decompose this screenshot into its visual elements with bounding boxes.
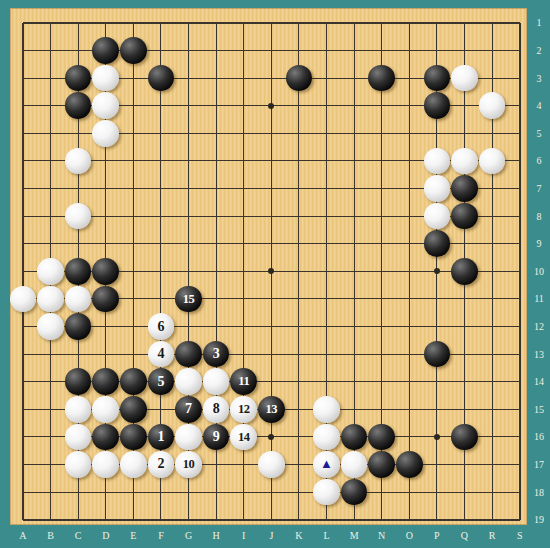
intersection-D12[interactable] (92, 313, 120, 341)
intersection-Q3[interactable] (451, 64, 479, 92)
intersection-D2[interactable] (92, 37, 120, 65)
intersection-O14[interactable] (396, 368, 424, 396)
intersection-I15[interactable]: 12 (230, 396, 258, 424)
stone-white-R6[interactable] (479, 148, 506, 175)
stone-white-C15[interactable] (65, 396, 92, 423)
intersection-H14[interactable] (202, 368, 230, 396)
stone-black-F14[interactable]: 5 (148, 368, 175, 395)
intersection-J14[interactable] (258, 368, 286, 396)
intersection-K2[interactable] (285, 37, 313, 65)
intersection-G18[interactable] (175, 478, 203, 506)
intersection-F14[interactable]: 5 (147, 368, 175, 396)
intersection-A7[interactable] (9, 175, 37, 203)
intersection-I14[interactable]: 11 (230, 368, 258, 396)
intersection-N1[interactable] (368, 9, 396, 37)
intersection-H10[interactable] (202, 258, 230, 286)
stone-white-C16[interactable] (65, 424, 92, 451)
intersection-P17[interactable] (423, 451, 451, 479)
intersection-L3[interactable] (313, 64, 341, 92)
intersection-L6[interactable] (313, 147, 341, 175)
intersection-N17[interactable] (368, 451, 396, 479)
intersection-M12[interactable] (340, 313, 368, 341)
intersection-D6[interactable] (92, 147, 120, 175)
intersection-N16[interactable] (368, 423, 396, 451)
intersection-L14[interactable] (313, 368, 341, 396)
intersection-M15[interactable] (340, 396, 368, 424)
intersection-G15[interactable]: 7 (175, 396, 203, 424)
stone-black-O17[interactable] (396, 451, 423, 478)
intersection-R16[interactable] (478, 423, 506, 451)
intersection-J4[interactable] (258, 92, 286, 120)
stone-white-D5[interactable] (92, 120, 119, 147)
stone-black-I14[interactable]: 11 (230, 368, 257, 395)
intersection-J2[interactable] (258, 37, 286, 65)
intersection-J12[interactable] (258, 313, 286, 341)
stone-white-C6[interactable] (65, 148, 92, 175)
intersection-I12[interactable] (230, 313, 258, 341)
intersection-C9[interactable] (64, 230, 92, 258)
intersection-M7[interactable] (340, 175, 368, 203)
intersection-G16[interactable] (175, 423, 203, 451)
intersection-C18[interactable] (64, 478, 92, 506)
intersection-L10[interactable] (313, 258, 341, 286)
stone-black-Q16[interactable] (451, 424, 478, 451)
intersection-K1[interactable] (285, 9, 313, 37)
intersection-C13[interactable] (64, 340, 92, 368)
intersection-R6[interactable] (478, 147, 506, 175)
intersection-J7[interactable] (258, 175, 286, 203)
intersection-L1[interactable] (313, 9, 341, 37)
intersection-B16[interactable] (37, 423, 65, 451)
intersection-N2[interactable] (368, 37, 396, 65)
intersection-N6[interactable] (368, 147, 396, 175)
intersection-D18[interactable] (92, 478, 120, 506)
stone-black-Q8[interactable] (451, 203, 478, 230)
stone-white-J17[interactable] (258, 451, 285, 478)
intersection-N9[interactable] (368, 230, 396, 258)
intersection-O13[interactable] (396, 340, 424, 368)
intersection-N3[interactable] (368, 64, 396, 92)
intersection-D14[interactable] (92, 368, 120, 396)
intersection-K18[interactable] (285, 478, 313, 506)
stone-black-E2[interactable] (120, 37, 147, 64)
intersection-F18[interactable] (147, 478, 175, 506)
intersection-G3[interactable] (175, 64, 203, 92)
stone-black-J15[interactable]: 13 (258, 396, 285, 423)
intersection-L11[interactable] (313, 285, 341, 313)
stone-black-E14[interactable] (120, 368, 147, 395)
intersection-N7[interactable] (368, 175, 396, 203)
intersection-B13[interactable] (37, 340, 65, 368)
intersection-N5[interactable] (368, 120, 396, 148)
intersection-D11[interactable] (92, 285, 120, 313)
stone-black-C3[interactable] (65, 65, 92, 92)
intersection-A10[interactable] (9, 258, 37, 286)
intersection-F13[interactable]: 4 (147, 340, 175, 368)
intersection-K17[interactable] (285, 451, 313, 479)
intersection-R8[interactable] (478, 202, 506, 230)
intersection-M9[interactable] (340, 230, 368, 258)
stone-black-F16[interactable]: 1 (148, 424, 175, 451)
intersection-Q17[interactable] (451, 451, 479, 479)
intersection-C6[interactable] (64, 147, 92, 175)
intersection-Q18[interactable] (451, 478, 479, 506)
intersection-P18[interactable] (423, 478, 451, 506)
intersection-A14[interactable] (9, 368, 37, 396)
intersection-L16[interactable] (313, 423, 341, 451)
intersection-J5[interactable] (258, 120, 286, 148)
stone-black-K3[interactable] (286, 65, 313, 92)
stone-black-C4[interactable] (65, 92, 92, 119)
stone-black-P4[interactable] (424, 92, 451, 119)
intersection-C5[interactable] (64, 120, 92, 148)
intersection-M3[interactable] (340, 64, 368, 92)
intersection-I8[interactable] (230, 202, 258, 230)
stone-white-P8[interactable] (424, 203, 451, 230)
intersection-D13[interactable] (92, 340, 120, 368)
stone-black-D14[interactable] (92, 368, 119, 395)
intersection-H9[interactable] (202, 230, 230, 258)
intersection-R14[interactable] (478, 368, 506, 396)
intersection-N10[interactable] (368, 258, 396, 286)
intersection-O1[interactable] (396, 9, 424, 37)
intersection-E11[interactable] (120, 285, 148, 313)
intersection-B12[interactable] (37, 313, 65, 341)
stone-black-F3[interactable] (148, 65, 175, 92)
intersection-R9[interactable] (478, 230, 506, 258)
intersection-Q15[interactable] (451, 396, 479, 424)
stone-black-P13[interactable] (424, 341, 451, 368)
intersection-E18[interactable] (120, 478, 148, 506)
intersection-D15[interactable] (92, 396, 120, 424)
intersection-B10[interactable] (37, 258, 65, 286)
intersection-E14[interactable] (120, 368, 148, 396)
intersection-I9[interactable] (230, 230, 258, 258)
intersection-L13[interactable] (313, 340, 341, 368)
intersection-I11[interactable] (230, 285, 258, 313)
intersection-A4[interactable] (9, 92, 37, 120)
intersection-E2[interactable] (120, 37, 148, 65)
intersection-F5[interactable] (147, 120, 175, 148)
intersection-P8[interactable] (423, 202, 451, 230)
intersection-E17[interactable] (120, 451, 148, 479)
intersection-M11[interactable] (340, 285, 368, 313)
stone-white-C17[interactable] (65, 451, 92, 478)
intersection-G13[interactable] (175, 340, 203, 368)
stone-black-P3[interactable] (424, 65, 451, 92)
intersection-C4[interactable] (64, 92, 92, 120)
stone-black-M16[interactable] (341, 424, 368, 451)
intersection-E7[interactable] (120, 175, 148, 203)
intersection-D17[interactable] (92, 451, 120, 479)
intersection-I3[interactable] (230, 64, 258, 92)
intersection-D16[interactable] (92, 423, 120, 451)
intersection-R5[interactable] (478, 120, 506, 148)
intersection-L9[interactable] (313, 230, 341, 258)
intersection-B17[interactable] (37, 451, 65, 479)
intersection-H15[interactable]: 8 (202, 396, 230, 424)
intersection-D3[interactable] (92, 64, 120, 92)
stone-white-G16[interactable] (175, 424, 202, 451)
intersection-Q5[interactable] (451, 120, 479, 148)
intersection-Q1[interactable] (451, 9, 479, 37)
stone-white-E17[interactable] (120, 451, 147, 478)
intersection-K14[interactable] (285, 368, 313, 396)
intersection-N14[interactable] (368, 368, 396, 396)
intersection-I7[interactable] (230, 175, 258, 203)
intersection-K3[interactable] (285, 64, 313, 92)
intersection-C10[interactable] (64, 258, 92, 286)
intersection-F11[interactable] (147, 285, 175, 313)
intersection-R7[interactable] (478, 175, 506, 203)
stone-black-C10[interactable] (65, 258, 92, 285)
stone-white-D15[interactable] (92, 396, 119, 423)
intersection-G4[interactable] (175, 92, 203, 120)
intersection-L12[interactable] (313, 313, 341, 341)
intersection-K4[interactable] (285, 92, 313, 120)
intersection-E3[interactable] (120, 64, 148, 92)
intersection-J17[interactable] (258, 451, 286, 479)
intersection-K16[interactable] (285, 423, 313, 451)
stone-black-Q10[interactable] (451, 258, 478, 285)
stone-black-C14[interactable] (65, 368, 92, 395)
intersection-D10[interactable] (92, 258, 120, 286)
intersection-J13[interactable] (258, 340, 286, 368)
intersection-O3[interactable] (396, 64, 424, 92)
intersection-I2[interactable] (230, 37, 258, 65)
intersection-N15[interactable] (368, 396, 396, 424)
stone-black-H16[interactable]: 9 (203, 424, 230, 451)
intersection-O12[interactable] (396, 313, 424, 341)
intersection-O4[interactable] (396, 92, 424, 120)
stone-black-C12[interactable] (65, 313, 92, 340)
intersection-G9[interactable] (175, 230, 203, 258)
intersection-K7[interactable] (285, 175, 313, 203)
intersection-P9[interactable] (423, 230, 451, 258)
intersection-C17[interactable] (64, 451, 92, 479)
stone-black-N3[interactable] (368, 65, 395, 92)
stone-black-E16[interactable] (120, 424, 147, 451)
intersection-H2[interactable] (202, 37, 230, 65)
intersection-B8[interactable] (37, 202, 65, 230)
stone-black-H13[interactable]: 3 (203, 341, 230, 368)
intersection-G12[interactable] (175, 313, 203, 341)
intersection-Q14[interactable] (451, 368, 479, 396)
stone-black-G13[interactable] (175, 341, 202, 368)
intersection-H8[interactable] (202, 202, 230, 230)
intersection-R10[interactable] (478, 258, 506, 286)
intersection-Q8[interactable] (451, 202, 479, 230)
intersection-E9[interactable] (120, 230, 148, 258)
intersection-O9[interactable] (396, 230, 424, 258)
intersection-R1[interactable] (478, 9, 506, 37)
intersection-R2[interactable] (478, 37, 506, 65)
stone-black-D2[interactable] (92, 37, 119, 64)
intersection-L5[interactable] (313, 120, 341, 148)
intersection-F7[interactable] (147, 175, 175, 203)
stone-black-N16[interactable] (368, 424, 395, 451)
intersection-R12[interactable] (478, 313, 506, 341)
intersection-E15[interactable] (120, 396, 148, 424)
intersection-C15[interactable] (64, 396, 92, 424)
intersection-G14[interactable] (175, 368, 203, 396)
intersection-G17[interactable]: 10 (175, 451, 203, 479)
intersection-N13[interactable] (368, 340, 396, 368)
intersection-E4[interactable] (120, 92, 148, 120)
stone-white-I16[interactable]: 14 (230, 424, 257, 451)
intersection-N4[interactable] (368, 92, 396, 120)
intersection-M8[interactable] (340, 202, 368, 230)
intersection-G1[interactable] (175, 9, 203, 37)
stone-white-H15[interactable]: 8 (203, 396, 230, 423)
intersection-O7[interactable] (396, 175, 424, 203)
stone-white-G14[interactable] (175, 368, 202, 395)
intersection-C3[interactable] (64, 64, 92, 92)
intersection-P15[interactable] (423, 396, 451, 424)
stone-white-G17[interactable]: 10 (175, 451, 202, 478)
intersection-I10[interactable] (230, 258, 258, 286)
intersection-A17[interactable] (9, 451, 37, 479)
stone-white-B10[interactable] (37, 258, 64, 285)
stone-white-I15[interactable]: 12 (230, 396, 257, 423)
intersection-G11[interactable]: 15 (175, 285, 203, 313)
intersection-O16[interactable] (396, 423, 424, 451)
intersection-P1[interactable] (423, 9, 451, 37)
intersection-R3[interactable] (478, 64, 506, 92)
intersection-M2[interactable] (340, 37, 368, 65)
intersection-A16[interactable] (9, 423, 37, 451)
intersection-R18[interactable] (478, 478, 506, 506)
intersection-J18[interactable] (258, 478, 286, 506)
stone-white-L15[interactable] (313, 396, 340, 423)
stone-white-M17[interactable] (341, 451, 368, 478)
intersection-Q16[interactable] (451, 423, 479, 451)
intersection-A5[interactable] (9, 120, 37, 148)
intersection-R4[interactable] (478, 92, 506, 120)
intersection-M13[interactable] (340, 340, 368, 368)
intersection-Q11[interactable] (451, 285, 479, 313)
intersection-E8[interactable] (120, 202, 148, 230)
intersection-I5[interactable] (230, 120, 258, 148)
intersection-M18[interactable] (340, 478, 368, 506)
intersection-P4[interactable] (423, 92, 451, 120)
stone-white-C8[interactable] (65, 203, 92, 230)
stone-black-D16[interactable] (92, 424, 119, 451)
intersection-H17[interactable] (202, 451, 230, 479)
intersection-J16[interactable] (258, 423, 286, 451)
intersection-P7[interactable] (423, 175, 451, 203)
intersection-O5[interactable] (396, 120, 424, 148)
intersection-N12[interactable] (368, 313, 396, 341)
intersection-J9[interactable] (258, 230, 286, 258)
intersection-K11[interactable] (285, 285, 313, 313)
intersection-B11[interactable] (37, 285, 65, 313)
intersection-F10[interactable] (147, 258, 175, 286)
stone-black-E15[interactable] (120, 396, 147, 423)
intersection-F4[interactable] (147, 92, 175, 120)
intersection-K9[interactable] (285, 230, 313, 258)
intersection-F9[interactable] (147, 230, 175, 258)
intersection-E6[interactable] (120, 147, 148, 175)
intersection-B5[interactable] (37, 120, 65, 148)
stone-black-G11[interactable]: 15 (175, 286, 202, 313)
intersection-F1[interactable] (147, 9, 175, 37)
intersection-Q12[interactable] (451, 313, 479, 341)
intersection-E5[interactable] (120, 120, 148, 148)
intersection-R11[interactable] (478, 285, 506, 313)
stone-white-F17[interactable]: 2 (148, 451, 175, 478)
intersection-A1[interactable] (9, 9, 37, 37)
intersection-L7[interactable] (313, 175, 341, 203)
intersection-D7[interactable] (92, 175, 120, 203)
intersection-M10[interactable] (340, 258, 368, 286)
intersection-O15[interactable] (396, 396, 424, 424)
intersection-R17[interactable] (478, 451, 506, 479)
intersection-M6[interactable] (340, 147, 368, 175)
intersection-E13[interactable] (120, 340, 148, 368)
intersection-C8[interactable] (64, 202, 92, 230)
intersection-I4[interactable] (230, 92, 258, 120)
intersection-G6[interactable] (175, 147, 203, 175)
intersection-N11[interactable] (368, 285, 396, 313)
stone-white-F13[interactable]: 4 (148, 341, 175, 368)
intersection-M1[interactable] (340, 9, 368, 37)
stone-white-P6[interactable] (424, 148, 451, 175)
intersection-H18[interactable] (202, 478, 230, 506)
intersection-P14[interactable] (423, 368, 451, 396)
stone-white-R4[interactable] (479, 92, 506, 119)
intersection-O17[interactable] (396, 451, 424, 479)
stone-black-G15[interactable]: 7 (175, 396, 202, 423)
intersection-F12[interactable]: 6 (147, 313, 175, 341)
stone-white-D17[interactable] (92, 451, 119, 478)
intersection-B1[interactable] (37, 9, 65, 37)
intersection-L8[interactable] (313, 202, 341, 230)
intersection-J3[interactable] (258, 64, 286, 92)
intersection-C12[interactable] (64, 313, 92, 341)
intersection-D9[interactable] (92, 230, 120, 258)
intersection-O8[interactable] (396, 202, 424, 230)
intersection-G8[interactable] (175, 202, 203, 230)
intersection-H3[interactable] (202, 64, 230, 92)
intersection-B9[interactable] (37, 230, 65, 258)
intersection-D5[interactable] (92, 120, 120, 148)
intersection-P13[interactable] (423, 340, 451, 368)
intersection-I18[interactable] (230, 478, 258, 506)
intersection-J10[interactable] (258, 258, 286, 286)
intersection-O10[interactable] (396, 258, 424, 286)
intersection-M16[interactable] (340, 423, 368, 451)
intersection-N8[interactable] (368, 202, 396, 230)
intersection-K13[interactable] (285, 340, 313, 368)
intersection-H4[interactable] (202, 92, 230, 120)
intersection-R13[interactable] (478, 340, 506, 368)
intersection-K12[interactable] (285, 313, 313, 341)
stone-white-B12[interactable] (37, 313, 64, 340)
intersection-P3[interactable] (423, 64, 451, 92)
intersection-L15[interactable] (313, 396, 341, 424)
intersection-O18[interactable] (396, 478, 424, 506)
intersection-E1[interactable] (120, 9, 148, 37)
intersection-Q10[interactable] (451, 258, 479, 286)
intersection-C16[interactable] (64, 423, 92, 451)
intersection-O6[interactable] (396, 147, 424, 175)
intersection-C11[interactable] (64, 285, 92, 313)
intersection-L4[interactable] (313, 92, 341, 120)
intersection-C14[interactable] (64, 368, 92, 396)
intersection-F8[interactable] (147, 202, 175, 230)
intersection-I16[interactable]: 14 (230, 423, 258, 451)
